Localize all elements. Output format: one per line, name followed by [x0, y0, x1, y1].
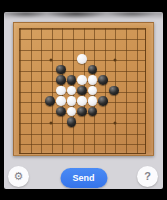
board-cell[interactable]	[130, 96, 141, 107]
help-button[interactable]: ?	[137, 166, 158, 187]
board-cell[interactable]	[13, 43, 24, 54]
board-cell[interactable]	[13, 106, 24, 117]
board-cell[interactable]	[13, 64, 24, 75]
white-stone	[88, 86, 98, 96]
board-cell[interactable]	[130, 64, 141, 75]
board-cell[interactable]	[13, 85, 24, 96]
board-cell[interactable]	[13, 75, 24, 86]
gear-icon: ⚙	[14, 166, 24, 187]
board-cell[interactable]	[34, 85, 45, 96]
board-cell[interactable]	[34, 64, 45, 75]
board-cell[interactable]	[130, 22, 141, 33]
board-cell[interactable]	[34, 148, 45, 159]
white-stone	[56, 86, 66, 96]
board-cell[interactable]	[66, 117, 77, 128]
board-cell[interactable]	[130, 54, 141, 65]
board-cell[interactable]	[98, 33, 109, 44]
board-cell[interactable]	[77, 54, 88, 65]
board-cell[interactable]	[87, 75, 98, 86]
board-cell[interactable]	[45, 117, 56, 128]
board-cell[interactable]	[119, 138, 130, 149]
board-cell[interactable]	[140, 64, 151, 75]
white-stone	[67, 96, 77, 106]
board-cell[interactable]	[98, 85, 109, 96]
black-stone	[67, 75, 77, 85]
board-cell[interactable]	[140, 54, 151, 65]
board-cell[interactable]	[77, 106, 88, 117]
black-stone	[67, 117, 77, 127]
board-cell[interactable]	[45, 33, 56, 44]
board-cell[interactable]	[24, 138, 35, 149]
board-cell[interactable]	[87, 43, 98, 54]
board-cell[interactable]	[87, 22, 98, 33]
board-cell[interactable]	[13, 148, 24, 159]
black-stone	[88, 107, 98, 117]
black-stone	[98, 75, 108, 85]
board-cell[interactable]	[66, 54, 77, 65]
board-cell[interactable]	[77, 64, 88, 75]
black-stone	[88, 65, 98, 75]
white-stone	[77, 54, 87, 64]
white-stone	[67, 86, 77, 96]
board-cell[interactable]	[66, 96, 77, 107]
board-cell[interactable]	[24, 96, 35, 107]
white-stone	[77, 96, 87, 106]
board-cell[interactable]	[56, 54, 67, 65]
board-cell[interactable]	[34, 127, 45, 138]
board-cell[interactable]	[87, 33, 98, 44]
board-cell[interactable]	[13, 96, 24, 107]
board-cell[interactable]	[66, 138, 77, 149]
board-cell[interactable]	[45, 54, 56, 65]
board-cell[interactable]	[119, 22, 130, 33]
white-stone	[56, 96, 66, 106]
board-cell[interactable]	[140, 96, 151, 107]
board-cell[interactable]	[87, 106, 98, 117]
board-cell[interactable]	[98, 64, 109, 75]
white-stone	[88, 75, 98, 85]
white-stone	[88, 96, 98, 106]
board-cell[interactable]	[109, 96, 120, 107]
settings-button[interactable]: ⚙	[8, 166, 29, 187]
black-stone	[77, 107, 87, 117]
white-stone	[67, 107, 77, 117]
board-cell[interactable]	[77, 22, 88, 33]
board-cell[interactable]	[34, 96, 45, 107]
board-cell[interactable]	[130, 117, 141, 128]
board-cell[interactable]	[13, 22, 24, 33]
board-cell[interactable]	[98, 75, 109, 86]
board-cell[interactable]	[109, 85, 120, 96]
board-cell[interactable]	[130, 106, 141, 117]
board-cell[interactable]	[130, 33, 141, 44]
board-cell[interactable]	[140, 43, 151, 54]
board-cell[interactable]	[130, 43, 141, 54]
board-cell[interactable]	[87, 117, 98, 128]
board-cell[interactable]	[98, 43, 109, 54]
board-cell[interactable]	[66, 127, 77, 138]
board-cell[interactable]	[87, 127, 98, 138]
board-cell[interactable]	[87, 148, 98, 159]
board-cell[interactable]	[45, 148, 56, 159]
board-cell[interactable]	[24, 127, 35, 138]
board-cell[interactable]	[77, 127, 88, 138]
black-stone	[77, 86, 87, 96]
board-cell[interactable]	[45, 96, 56, 107]
app-screen: ⚙ Send ?	[4, 12, 163, 189]
board-cell[interactable]	[66, 85, 77, 96]
board-cell[interactable]	[87, 85, 98, 96]
board-cell[interactable]	[77, 117, 88, 128]
board-cell[interactable]	[34, 106, 45, 117]
board-cell[interactable]	[24, 33, 35, 44]
board-cell[interactable]	[109, 75, 120, 86]
board-cell[interactable]	[98, 96, 109, 107]
board-cell[interactable]	[109, 54, 120, 65]
board-cell[interactable]	[66, 22, 77, 33]
board-cell[interactable]	[13, 138, 24, 149]
board-cell[interactable]	[98, 22, 109, 33]
board-cell[interactable]	[98, 148, 109, 159]
board-cell[interactable]	[66, 43, 77, 54]
board-cell[interactable]	[119, 64, 130, 75]
board-cell[interactable]	[77, 75, 88, 86]
board-cell[interactable]	[130, 127, 141, 138]
board-cell[interactable]	[140, 138, 151, 149]
board-cell[interactable]	[119, 33, 130, 44]
board-cell[interactable]	[98, 106, 109, 117]
board-cell[interactable]	[24, 54, 35, 65]
board-cell[interactable]	[140, 75, 151, 86]
board-cell[interactable]	[109, 148, 120, 159]
question-mark-icon: ?	[144, 166, 151, 187]
board-cell[interactable]	[140, 33, 151, 44]
board-cell[interactable]	[13, 33, 24, 44]
board-cell[interactable]	[140, 106, 151, 117]
board-cell[interactable]	[140, 22, 151, 33]
board-cell[interactable]	[130, 75, 141, 86]
board-cell[interactable]	[66, 106, 77, 117]
board-cell[interactable]	[56, 64, 67, 75]
board-cell[interactable]	[119, 75, 130, 86]
board-cell[interactable]	[119, 54, 130, 65]
board-cell[interactable]	[34, 33, 45, 44]
board-cell[interactable]	[109, 138, 120, 149]
board-cell[interactable]	[109, 117, 120, 128]
board-cell[interactable]	[77, 33, 88, 44]
board-cell[interactable]	[130, 148, 141, 159]
board-cell[interactable]	[24, 43, 35, 54]
board-cell[interactable]	[24, 85, 35, 96]
board-cell[interactable]	[34, 22, 45, 33]
board-cell[interactable]	[109, 106, 120, 117]
board-cell[interactable]	[77, 148, 88, 159]
board-cell[interactable]	[119, 117, 130, 128]
black-stone	[56, 75, 66, 85]
board-cell[interactable]	[77, 96, 88, 107]
board-cell[interactable]	[56, 96, 67, 107]
board-cell[interactable]	[119, 85, 130, 96]
board-cell[interactable]	[109, 22, 120, 33]
board-cell[interactable]	[109, 43, 120, 54]
board-cell[interactable]	[45, 64, 56, 75]
board-cell[interactable]	[109, 33, 120, 44]
board-cell[interactable]	[24, 148, 35, 159]
board-cell[interactable]	[56, 127, 67, 138]
board-cell[interactable]	[77, 138, 88, 149]
board-cell[interactable]	[13, 127, 24, 138]
board-cell[interactable]	[119, 43, 130, 54]
board-cell[interactable]	[45, 138, 56, 149]
board-cell[interactable]	[56, 22, 67, 33]
board-cell[interactable]	[34, 75, 45, 86]
board-cell[interactable]	[56, 106, 67, 117]
board-cell[interactable]	[56, 117, 67, 128]
board-cell[interactable]	[130, 85, 141, 96]
black-stone	[56, 107, 66, 117]
board-cell[interactable]	[77, 43, 88, 54]
board-cell[interactable]	[56, 33, 67, 44]
board-cell[interactable]	[98, 117, 109, 128]
board-cell[interactable]	[13, 117, 24, 128]
board-cell[interactable]	[119, 106, 130, 117]
board-cell[interactable]	[45, 22, 56, 33]
black-stone	[98, 96, 108, 106]
board-cell[interactable]	[45, 127, 56, 138]
board-cell[interactable]	[119, 127, 130, 138]
board-cell[interactable]	[66, 33, 77, 44]
board-cell[interactable]	[56, 43, 67, 54]
board-cell[interactable]	[45, 75, 56, 86]
board-cell[interactable]	[98, 127, 109, 138]
send-button[interactable]: Send	[60, 168, 107, 188]
send-button-label: Send	[72, 173, 94, 183]
board-cell[interactable]	[66, 75, 77, 86]
board-cell[interactable]	[24, 22, 35, 33]
board-cell[interactable]	[56, 75, 67, 86]
board-cell[interactable]	[87, 54, 98, 65]
board-cell[interactable]	[45, 43, 56, 54]
black-stone	[56, 65, 66, 75]
board-cell[interactable]	[130, 138, 141, 149]
board-cell[interactable]	[140, 148, 151, 159]
board-stones-grid[interactable]	[13, 22, 151, 159]
board-cell[interactable]	[66, 64, 77, 75]
board-cell[interactable]	[109, 64, 120, 75]
board-cell[interactable]	[56, 138, 67, 149]
board-cell[interactable]	[140, 127, 151, 138]
board-cell[interactable]	[87, 138, 98, 149]
black-stone	[45, 96, 55, 106]
board-cell[interactable]	[87, 64, 98, 75]
board-cell[interactable]	[24, 106, 35, 117]
board-cell[interactable]	[119, 148, 130, 159]
board-cell[interactable]	[24, 117, 35, 128]
board-cell[interactable]	[45, 106, 56, 117]
board-cell[interactable]	[87, 96, 98, 107]
board-cell[interactable]	[56, 148, 67, 159]
board-cell[interactable]	[34, 117, 45, 128]
board-cell[interactable]	[56, 85, 67, 96]
black-stone	[109, 86, 119, 96]
board-cell[interactable]	[140, 117, 151, 128]
board-cell[interactable]	[34, 43, 45, 54]
board-cell[interactable]	[119, 96, 130, 107]
board-cell[interactable]	[77, 85, 88, 96]
board-cell[interactable]	[45, 85, 56, 96]
board-cell[interactable]	[34, 138, 45, 149]
board-cell[interactable]	[24, 64, 35, 75]
board-cell[interactable]	[13, 54, 24, 65]
board-cell[interactable]	[98, 54, 109, 65]
board-cell[interactable]	[66, 148, 77, 159]
board-cell[interactable]	[109, 127, 120, 138]
white-stone	[77, 75, 87, 85]
board-cell[interactable]	[140, 85, 151, 96]
board-cell[interactable]	[34, 54, 45, 65]
go-board[interactable]	[13, 22, 154, 156]
board-cell[interactable]	[98, 138, 109, 149]
board-cell[interactable]	[24, 75, 35, 86]
